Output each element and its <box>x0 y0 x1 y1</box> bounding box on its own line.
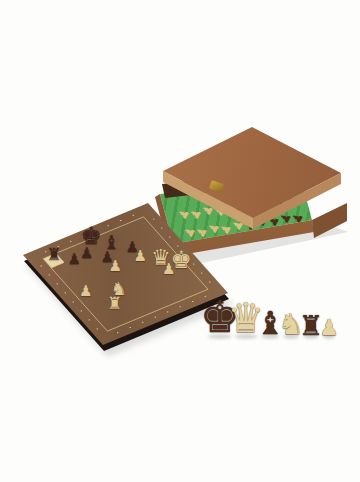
frame-dot <box>80 310 83 312</box>
square-h1 <box>44 254 65 268</box>
frame-dot <box>200 272 203 274</box>
frame-dot <box>166 311 169 313</box>
display-piece-shadow <box>323 334 335 339</box>
frame-dot <box>94 230 97 232</box>
frame-dot <box>96 328 99 330</box>
frame-dot <box>64 292 67 294</box>
frame-dot <box>57 246 60 248</box>
frame-dot <box>208 281 211 283</box>
frame-dot <box>129 327 132 329</box>
frame-dot <box>179 306 182 308</box>
frame-dot <box>191 301 194 303</box>
frame-dot <box>176 245 179 247</box>
frame-dot <box>152 218 155 220</box>
display-piece-shadow <box>208 334 232 339</box>
frame-dot <box>40 265 43 267</box>
display-piece-pawn: ♟ <box>319 317 339 339</box>
frame-dot <box>69 240 72 242</box>
frame-dot <box>88 319 91 321</box>
frame-dot <box>192 263 195 265</box>
chess-set-product-photo: ♟♟♟♟♟♟♟♟♟♟♟♟♟♟♟♟♟♟♟♟ ♚♝♟♟♜♟♟♟♛♚♟♟♞♟♜ ♚♛♝… <box>0 0 360 482</box>
display-piece-shadow <box>261 334 279 339</box>
display-piece-shadow <box>283 334 299 339</box>
frame-dot <box>184 254 187 256</box>
display-piece-queen: ♛ <box>228 298 265 339</box>
frame-dot <box>72 301 75 303</box>
frame-dot <box>160 227 163 229</box>
frame-dot <box>48 274 51 276</box>
frame-dot <box>107 225 110 227</box>
frame-dot <box>116 332 119 334</box>
frame-dot <box>119 220 122 222</box>
frame-dot <box>82 235 85 237</box>
frame-dot <box>168 236 171 238</box>
display-piece-bishop: ♝ <box>256 307 285 339</box>
frame-dot <box>141 321 144 323</box>
display-piece-shadow <box>304 334 319 339</box>
display-piece-shadow <box>235 334 258 339</box>
display-piece-rook: ♜ <box>299 312 323 339</box>
frame-dot <box>204 295 207 297</box>
frame-dot <box>44 251 47 253</box>
frame-dot <box>132 214 135 216</box>
display-piece-knight: ♞ <box>278 310 304 339</box>
frame-dot <box>56 283 59 285</box>
frame-dot <box>154 316 157 318</box>
